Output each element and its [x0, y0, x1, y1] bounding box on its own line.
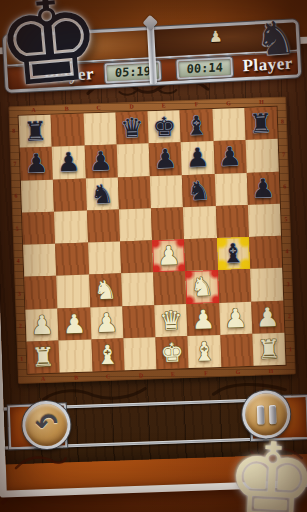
- square-g8[interactable]: [212, 108, 245, 141]
- coord-label: F: [182, 100, 210, 109]
- square-d8[interactable]: ♛: [115, 111, 148, 144]
- square-h3[interactable]: [250, 268, 283, 301]
- square-b5[interactable]: [54, 210, 87, 243]
- square-h5[interactable]: [248, 204, 281, 237]
- square-d7[interactable]: [116, 144, 149, 177]
- square-h4[interactable]: [249, 236, 282, 269]
- square-g6[interactable]: [214, 172, 247, 205]
- coord-label: 5: [13, 215, 22, 243]
- game-card: ABCDEFGH ABCDEFGH 87654321 87654321 ♜♛♚♝…: [0, 36, 307, 497]
- square-d6[interactable]: [118, 176, 151, 209]
- coord-label: 1: [17, 345, 26, 373]
- square-d5[interactable]: [119, 208, 152, 241]
- piece-black-bishop[interactable]: ♝: [221, 240, 245, 267]
- coord-label: A: [29, 374, 57, 383]
- piece-white-rook[interactable]: ♜: [257, 336, 281, 363]
- piece-white-pawn[interactable]: ♟: [191, 306, 215, 333]
- piece-black-pawn[interactable]: ♟: [24, 150, 48, 177]
- square-h1[interactable]: ♜: [252, 332, 285, 365]
- square-c8[interactable]: [83, 112, 116, 145]
- coord-label: H: [247, 98, 275, 107]
- coord-label: G: [215, 99, 243, 108]
- square-d1[interactable]: [123, 337, 156, 370]
- coord-label: 8: [278, 108, 287, 136]
- square-c4[interactable]: [88, 241, 121, 274]
- square-c2[interactable]: ♟: [90, 306, 123, 339]
- chess-app-screen: ABCDEFGH ABCDEFGH 87654321 87654321 ♜♛♚♝…: [0, 0, 307, 512]
- coord-label: 8: [9, 117, 18, 145]
- undo-icon: ↶: [35, 409, 59, 437]
- piece-black-bishop[interactable]: ♝: [184, 112, 208, 139]
- piece-black-pawn[interactable]: ♟: [218, 143, 242, 170]
- square-b8[interactable]: [51, 114, 84, 147]
- square-e5[interactable]: [151, 207, 184, 240]
- square-e8[interactable]: ♚: [148, 110, 181, 143]
- square-e2[interactable]: ♛: [154, 304, 187, 337]
- piece-white-bishop[interactable]: ♝: [192, 338, 216, 365]
- coord-label: C: [94, 372, 122, 381]
- square-e1[interactable]: ♚: [155, 336, 188, 369]
- square-c3[interactable]: ♞: [89, 274, 122, 307]
- board-grid: ♜♛♚♝♜♟♟♟♟♟♟♞♞♟♟♝♞♞♟♟♟♛♟♟♟♜♝♚♝♜: [18, 106, 287, 375]
- coord-label: 2: [16, 312, 25, 340]
- coord-label: 6: [12, 182, 21, 210]
- piece-white-bishop[interactable]: ♝: [96, 341, 120, 368]
- coord-label: 4: [283, 238, 292, 266]
- square-b1[interactable]: [59, 339, 92, 372]
- coord-label: H: [256, 366, 284, 375]
- pause-icon: [256, 405, 276, 425]
- piece-black-pawn[interactable]: ♟: [185, 145, 209, 172]
- coord-label: 7: [11, 150, 20, 178]
- board-frame: ABCDEFGH ABCDEFGH 87654321 87654321 ♜♛♚♝…: [8, 96, 296, 384]
- piece-white-rook[interactable]: ♜: [31, 344, 55, 371]
- coord-label: G: [224, 368, 252, 377]
- square-a8[interactable]: ♜: [19, 115, 52, 148]
- square-c6[interactable]: ♞: [85, 177, 118, 210]
- right-player-clock: 00:14: [176, 56, 233, 79]
- square-f6[interactable]: ♞: [182, 174, 215, 207]
- square-f7[interactable]: ♟: [181, 141, 214, 174]
- coord-label: 3: [284, 270, 293, 298]
- coord-label: 3: [15, 280, 24, 308]
- square-e4[interactable]: ♟: [152, 239, 185, 272]
- square-a7[interactable]: ♟: [20, 147, 53, 180]
- coord-label: D: [127, 371, 155, 380]
- square-d2[interactable]: [122, 305, 155, 338]
- square-d4[interactable]: [120, 240, 153, 273]
- square-g4[interactable]: ♝: [217, 237, 250, 270]
- coord-label: B: [62, 373, 90, 382]
- square-a4[interactable]: [23, 244, 56, 277]
- square-a3[interactable]: [24, 276, 57, 309]
- piece-black-rook[interactable]: ♜: [23, 118, 47, 145]
- piece-white-queen[interactable]: ♛: [159, 307, 183, 334]
- square-f5[interactable]: [183, 206, 216, 239]
- piece-white-pawn[interactable]: ♟: [94, 309, 118, 336]
- square-b3[interactable]: [56, 275, 89, 308]
- piece-white-king[interactable]: ♚: [160, 339, 184, 366]
- coord-label: E: [159, 370, 187, 379]
- coord-label: 4: [14, 247, 23, 275]
- piece-black-pawn[interactable]: ♟: [57, 149, 81, 176]
- piece-black-pawn[interactable]: ♟: [153, 146, 177, 173]
- square-b7[interactable]: ♟: [52, 146, 85, 179]
- square-g2[interactable]: ♟: [219, 301, 252, 334]
- square-f8[interactable]: ♝: [180, 109, 213, 142]
- square-f3[interactable]: ♞: [185, 270, 218, 303]
- piece-black-pawn[interactable]: ♟: [251, 175, 275, 202]
- square-h7[interactable]: [245, 139, 278, 172]
- coord-label: 1: [286, 335, 295, 363]
- piece-black-king[interactable]: ♚: [152, 113, 176, 140]
- coord-label: C: [85, 103, 113, 112]
- piece-black-knight[interactable]: ♞: [90, 180, 114, 207]
- square-h6[interactable]: ♟: [247, 171, 280, 204]
- square-c5[interactable]: [86, 209, 119, 242]
- coord-label: 2: [285, 303, 294, 331]
- square-f2[interactable]: ♟: [187, 302, 220, 335]
- carved-ornament: [39, 383, 150, 404]
- piece-white-pawn[interactable]: ♟: [256, 303, 280, 330]
- piece-white-pawn[interactable]: ♟: [157, 242, 181, 269]
- piece-white-knight[interactable]: ♞: [190, 274, 214, 301]
- square-d3[interactable]: [121, 272, 154, 305]
- piece-white-pawn[interactable]: ♟: [62, 310, 86, 337]
- captured-white-pawn-icon: ♟: [209, 29, 223, 45]
- coord-label: D: [117, 102, 145, 111]
- coord-label: A: [20, 106, 48, 115]
- left-player-name: Player: [43, 65, 94, 85]
- square-a1[interactable]: ♜: [27, 340, 60, 373]
- square-b4[interactable]: [55, 243, 88, 276]
- square-a5[interactable]: [22, 211, 55, 244]
- square-a6[interactable]: [21, 179, 54, 212]
- coord-label: E: [150, 101, 178, 110]
- square-h8[interactable]: ♜: [244, 107, 277, 140]
- piece-black-pawn[interactable]: ♟: [89, 148, 113, 175]
- square-g1[interactable]: [220, 334, 253, 367]
- piece-black-rook[interactable]: ♜: [249, 110, 273, 137]
- square-g3[interactable]: [218, 269, 251, 302]
- square-c1[interactable]: ♝: [91, 338, 124, 371]
- square-b2[interactable]: ♟: [58, 307, 91, 340]
- piece-black-knight[interactable]: ♞: [187, 177, 211, 204]
- piece-white-pawn[interactable]: ♟: [223, 305, 247, 332]
- right-player-name: Player: [242, 55, 293, 75]
- square-g5[interactable]: [215, 205, 248, 238]
- piece-black-queen[interactable]: ♛: [120, 115, 144, 142]
- wood-panel: ABCDEFGH ABCDEFGH 87654321 87654321 ♜♛♚♝…: [0, 44, 307, 465]
- coord-label: 5: [282, 205, 291, 233]
- square-e3[interactable]: [153, 271, 186, 304]
- captured-black-pawn-icon: ♟: [66, 37, 80, 53]
- square-b6[interactable]: [53, 178, 86, 211]
- square-e6[interactable]: [150, 175, 183, 208]
- square-g7[interactable]: ♟: [213, 140, 246, 173]
- coord-label: 6: [280, 173, 289, 201]
- piece-white-knight[interactable]: ♞: [93, 277, 117, 304]
- coord-label: F: [192, 369, 220, 378]
- square-f4[interactable]: [184, 238, 217, 271]
- square-c7[interactable]: ♟: [84, 145, 117, 178]
- square-f1[interactable]: ♝: [188, 335, 221, 368]
- coord-label: B: [52, 104, 80, 113]
- coord-label: 7: [279, 140, 288, 168]
- square-a2[interactable]: ♟: [25, 308, 58, 341]
- square-h2[interactable]: ♟: [251, 300, 284, 333]
- piece-white-pawn[interactable]: ♟: [30, 311, 54, 338]
- square-e7[interactable]: ♟: [149, 142, 182, 175]
